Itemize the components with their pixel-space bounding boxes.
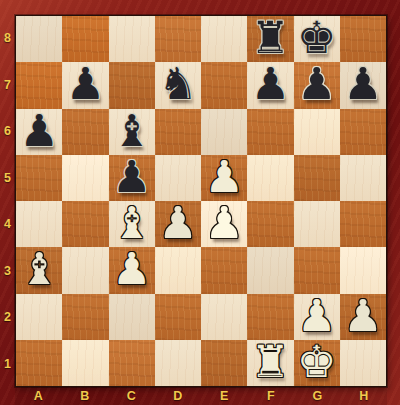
- square-b4[interactable]: [62, 201, 108, 247]
- piece-black-bishop[interactable]: ♝: [112, 109, 151, 153]
- square-e7[interactable]: [201, 62, 247, 108]
- piece-white-pawn[interactable]: ♟: [343, 294, 382, 338]
- board-frame: 87654321 ♜♚♟♞♟♟♟♟♝♟♟♝♟♟♝♟♟♟♜♚ ABCDEFGH: [0, 0, 400, 405]
- square-a4[interactable]: [16, 201, 62, 247]
- square-c1[interactable]: [109, 340, 155, 386]
- square-a7[interactable]: [16, 62, 62, 108]
- file-label-e: E: [201, 387, 248, 405]
- square-h4[interactable]: [340, 201, 386, 247]
- square-f7[interactable]: ♟: [247, 62, 293, 108]
- square-f5[interactable]: [247, 155, 293, 201]
- square-a3[interactable]: ♝: [16, 247, 62, 293]
- square-a5[interactable]: [16, 155, 62, 201]
- file-label-a: A: [15, 387, 62, 405]
- square-f8[interactable]: ♜: [247, 16, 293, 62]
- piece-white-bishop[interactable]: ♝: [19, 247, 58, 291]
- square-f4[interactable]: [247, 201, 293, 247]
- piece-white-rook[interactable]: ♜: [251, 340, 290, 384]
- piece-black-pawn[interactable]: ♟: [251, 62, 290, 106]
- square-c3[interactable]: ♟: [109, 247, 155, 293]
- piece-black-king[interactable]: ♚: [297, 16, 336, 60]
- square-g3[interactable]: [294, 247, 340, 293]
- piece-white-pawn[interactable]: ♟: [204, 155, 243, 199]
- square-a6[interactable]: ♟: [16, 109, 62, 155]
- piece-white-pawn[interactable]: ♟: [158, 201, 197, 245]
- square-b5[interactable]: [62, 155, 108, 201]
- square-a2[interactable]: [16, 294, 62, 340]
- rank-label-4: 4: [0, 201, 15, 248]
- square-a1[interactable]: [16, 340, 62, 386]
- square-b3[interactable]: [62, 247, 108, 293]
- rank-label-5: 5: [0, 155, 15, 202]
- file-label-h: H: [341, 387, 388, 405]
- square-b2[interactable]: [62, 294, 108, 340]
- square-e3[interactable]: [201, 247, 247, 293]
- rank-label-7: 7: [0, 62, 15, 109]
- file-label-b: B: [62, 387, 109, 405]
- square-f6[interactable]: [247, 109, 293, 155]
- square-b7[interactable]: ♟: [62, 62, 108, 108]
- square-g1[interactable]: ♚: [294, 340, 340, 386]
- square-d3[interactable]: [155, 247, 201, 293]
- rank-label-8: 8: [0, 15, 15, 62]
- square-h5[interactable]: [340, 155, 386, 201]
- rank-labels: 87654321: [0, 15, 15, 387]
- piece-black-pawn[interactable]: ♟: [297, 62, 336, 106]
- rank-label-3: 3: [0, 248, 15, 295]
- rank-label-1: 1: [0, 341, 15, 388]
- file-label-g: G: [294, 387, 341, 405]
- square-h7[interactable]: ♟: [340, 62, 386, 108]
- piece-white-king[interactable]: ♚: [297, 340, 336, 384]
- square-f1[interactable]: ♜: [247, 340, 293, 386]
- piece-white-pawn[interactable]: ♟: [204, 201, 243, 245]
- chess-board: ♜♚♟♞♟♟♟♟♝♟♟♝♟♟♝♟♟♟♜♚: [15, 15, 387, 387]
- piece-black-pawn[interactable]: ♟: [343, 62, 382, 106]
- square-g7[interactable]: ♟: [294, 62, 340, 108]
- square-d1[interactable]: [155, 340, 201, 386]
- piece-black-rook[interactable]: ♜: [251, 16, 290, 60]
- square-h6[interactable]: [340, 109, 386, 155]
- square-c7[interactable]: [109, 62, 155, 108]
- square-h2[interactable]: ♟: [340, 294, 386, 340]
- square-d5[interactable]: [155, 155, 201, 201]
- file-label-f: F: [248, 387, 295, 405]
- piece-black-pawn[interactable]: ♟: [19, 109, 58, 153]
- file-label-d: D: [155, 387, 202, 405]
- square-b6[interactable]: [62, 109, 108, 155]
- square-a8[interactable]: [16, 16, 62, 62]
- piece-white-pawn[interactable]: ♟: [297, 294, 336, 338]
- square-c2[interactable]: [109, 294, 155, 340]
- square-b1[interactable]: [62, 340, 108, 386]
- file-label-c: C: [108, 387, 155, 405]
- square-e8[interactable]: [201, 16, 247, 62]
- square-g4[interactable]: [294, 201, 340, 247]
- piece-black-knight[interactable]: ♞: [158, 62, 197, 106]
- square-d4[interactable]: ♟: [155, 201, 201, 247]
- square-g8[interactable]: ♚: [294, 16, 340, 62]
- square-h8[interactable]: [340, 16, 386, 62]
- rank-label-2: 2: [0, 294, 15, 341]
- square-h1[interactable]: [340, 340, 386, 386]
- square-d2[interactable]: [155, 294, 201, 340]
- square-e2[interactable]: [201, 294, 247, 340]
- square-f3[interactable]: [247, 247, 293, 293]
- square-c8[interactable]: [109, 16, 155, 62]
- square-e4[interactable]: ♟: [201, 201, 247, 247]
- piece-white-pawn[interactable]: ♟: [112, 247, 151, 291]
- square-f2[interactable]: [247, 294, 293, 340]
- square-e1[interactable]: [201, 340, 247, 386]
- square-d6[interactable]: [155, 109, 201, 155]
- square-e5[interactable]: ♟: [201, 155, 247, 201]
- square-g5[interactable]: [294, 155, 340, 201]
- square-e6[interactable]: [201, 109, 247, 155]
- piece-black-pawn[interactable]: ♟: [66, 62, 105, 106]
- square-c5[interactable]: ♟: [109, 155, 155, 201]
- square-h3[interactable]: [340, 247, 386, 293]
- square-c4[interactable]: ♝: [109, 201, 155, 247]
- piece-black-pawn[interactable]: ♟: [112, 155, 151, 199]
- square-c6[interactable]: ♝: [109, 109, 155, 155]
- square-d8[interactable]: [155, 16, 201, 62]
- square-b8[interactable]: [62, 16, 108, 62]
- rank-label-6: 6: [0, 108, 15, 155]
- square-g6[interactable]: [294, 109, 340, 155]
- square-d7[interactable]: ♞: [155, 62, 201, 108]
- square-g2[interactable]: ♟: [294, 294, 340, 340]
- file-labels: ABCDEFGH: [15, 387, 387, 405]
- piece-white-bishop[interactable]: ♝: [112, 201, 151, 245]
